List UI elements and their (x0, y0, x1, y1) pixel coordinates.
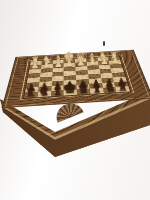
product-photo: ♜♞♝♚♛♝♞♜♟♟♟♟♟♟♟♟♟♟♟♟♟♟♟♟♜♞♝♚♛♝♞♜ (0, 0, 150, 200)
square-h8: ♜ (24, 92, 38, 98)
chess-case: ♜♞♝♚♛♝♞♜♟♟♟♟♟♟♟♟♟♟♟♟♟♟♟♟♜♞♝♚♛♝♞♜ (3, 50, 150, 107)
square-c8: ♝ (90, 88, 104, 94)
clasp-pin-icon (103, 41, 105, 46)
chess-board: ♜♞♝♚♛♝♞♜♟♟♟♟♟♟♟♟♟♟♟♟♟♟♟♟♜♞♝♚♛♝♞♜ (23, 56, 131, 99)
square-g8: ♞ (37, 91, 51, 97)
chess-case-scene: ♜♞♝♚♛♝♞♜♟♟♟♟♟♟♟♟♟♟♟♟♟♟♟♟♜♞♝♚♛♝♞♜ (0, 0, 150, 107)
square-b8: ♞ (103, 87, 117, 93)
square-d8: ♛ (77, 89, 91, 95)
square-f8: ♝ (51, 90, 64, 96)
square-e8: ♚ (64, 89, 77, 95)
square-a8: ♜ (115, 86, 130, 92)
